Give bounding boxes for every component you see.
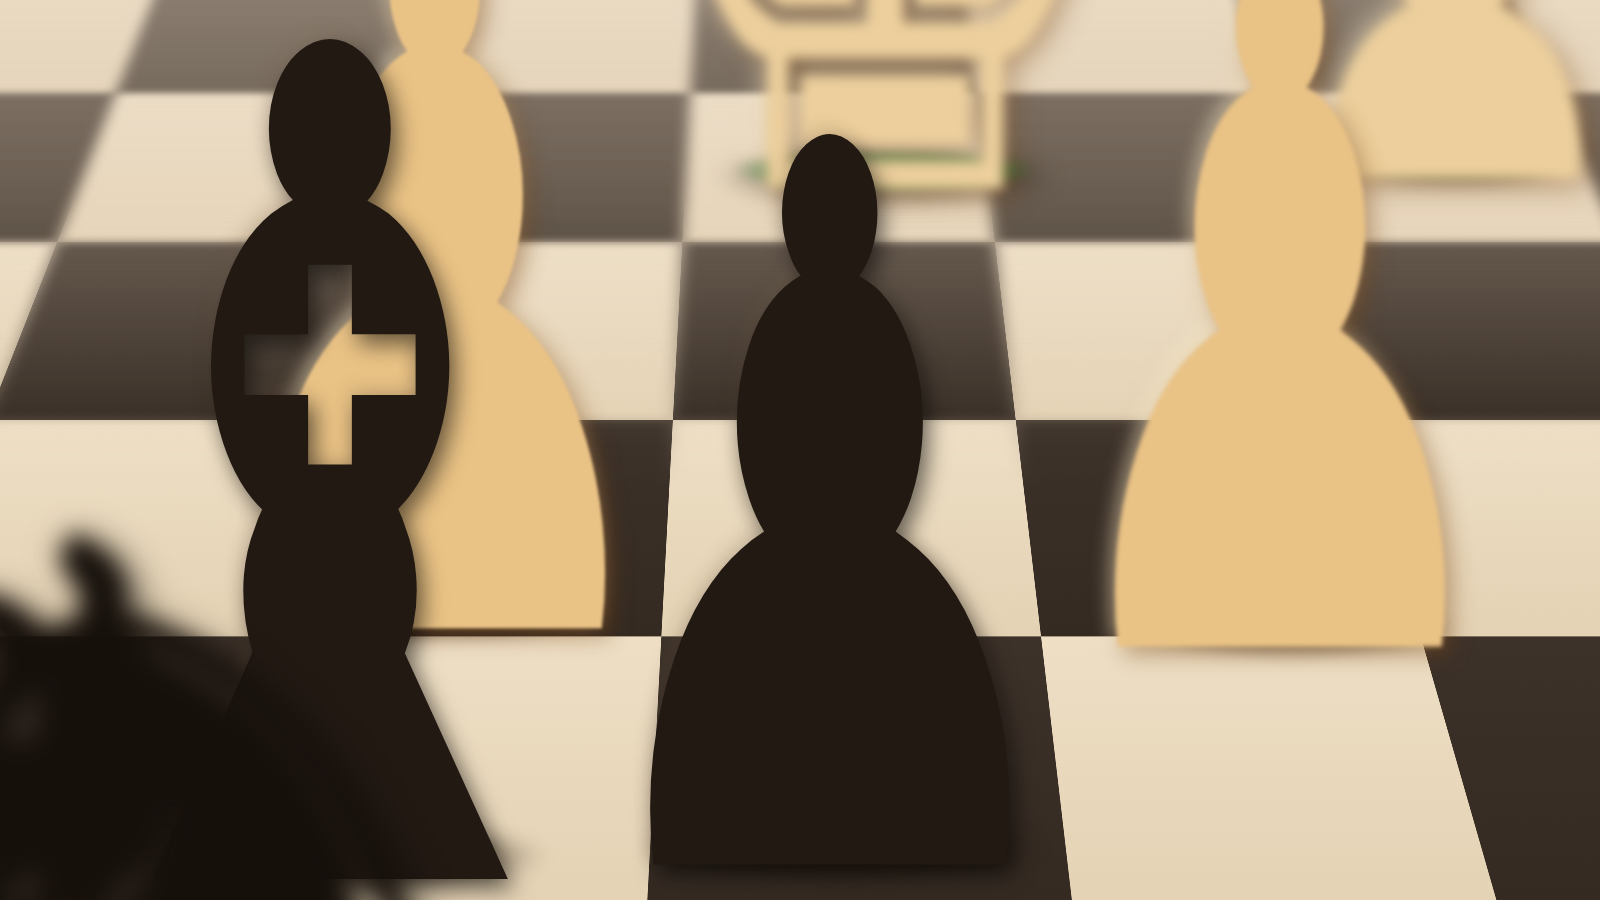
square-g7 (116, 0, 432, 93)
square-f6 (370, 93, 691, 242)
square-d6 (977, 93, 1307, 242)
square-c7 (1228, 0, 1552, 93)
square-f5 (330, 242, 682, 420)
square-c5 (1307, 242, 1600, 420)
square-d7 (963, 0, 1265, 93)
square-d5 (995, 242, 1359, 420)
square-g5 (0, 242, 370, 420)
square-c6 (1265, 93, 1600, 242)
square-f7 (403, 0, 697, 93)
square-e5 (673, 242, 1016, 420)
square-g6 (57, 93, 403, 242)
square-e3 (647, 636, 1072, 900)
square-e6 (682, 93, 995, 242)
square-e7 (690, 0, 977, 93)
square-f3 (222, 636, 662, 900)
chess-photo-scene: ♚ ♟ ♟ ♟ ♟ ♝ ♞ (0, 0, 1600, 900)
square-d3 (1041, 636, 1498, 900)
